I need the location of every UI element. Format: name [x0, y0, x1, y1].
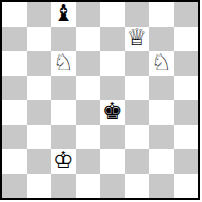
square-g3[interactable]	[149, 125, 174, 150]
square-b6[interactable]	[27, 51, 52, 76]
square-c8[interactable]: ♝	[51, 2, 76, 27]
square-a8[interactable]	[2, 2, 27, 27]
square-d8[interactable]	[76, 2, 101, 27]
square-f3[interactable]	[125, 125, 150, 150]
square-f2[interactable]	[125, 149, 150, 174]
square-a6[interactable]	[2, 51, 27, 76]
square-h8[interactable]	[174, 2, 199, 27]
square-h3[interactable]	[174, 125, 199, 150]
square-a7[interactable]	[2, 27, 27, 52]
square-c6[interactable]: ♘	[51, 51, 76, 76]
square-d4[interactable]	[76, 100, 101, 125]
square-b2[interactable]	[27, 149, 52, 174]
square-e4[interactable]: ♚	[100, 100, 125, 125]
white-queen-piece-f7[interactable]: ♕	[126, 27, 147, 50]
square-c4[interactable]	[51, 100, 76, 125]
square-f4[interactable]	[125, 100, 150, 125]
square-e2[interactable]	[100, 149, 125, 174]
square-g5[interactable]	[149, 76, 174, 101]
square-a2[interactable]	[2, 149, 27, 174]
square-g6[interactable]: ♘	[149, 51, 174, 76]
square-c2[interactable]: ♔	[51, 149, 76, 174]
square-b5[interactable]	[27, 76, 52, 101]
white-knight-piece-g6[interactable]: ♘	[151, 51, 172, 74]
square-g1[interactable]	[149, 174, 174, 199]
square-c1[interactable]	[51, 174, 76, 199]
square-f6[interactable]	[125, 51, 150, 76]
square-g2[interactable]	[149, 149, 174, 174]
square-d2[interactable]	[76, 149, 101, 174]
square-d1[interactable]	[76, 174, 101, 199]
square-c3[interactable]	[51, 125, 76, 150]
square-f5[interactable]	[125, 76, 150, 101]
square-h1[interactable]	[174, 174, 199, 199]
square-f1[interactable]	[125, 174, 150, 199]
square-d6[interactable]	[76, 51, 101, 76]
square-d7[interactable]	[76, 27, 101, 52]
square-b8[interactable]	[27, 2, 52, 27]
board-grid: ♝♕♘♘♚♔	[2, 2, 198, 198]
square-h6[interactable]	[174, 51, 199, 76]
black-king-piece-e4[interactable]: ♚	[102, 100, 123, 123]
square-g8[interactable]	[149, 2, 174, 27]
square-a5[interactable]	[2, 76, 27, 101]
square-e1[interactable]	[100, 174, 125, 199]
square-h5[interactable]	[174, 76, 199, 101]
square-h2[interactable]	[174, 149, 199, 174]
square-g7[interactable]	[149, 27, 174, 52]
square-g4[interactable]	[149, 100, 174, 125]
square-d3[interactable]	[76, 125, 101, 150]
square-e3[interactable]	[100, 125, 125, 150]
square-e7[interactable]	[100, 27, 125, 52]
square-a4[interactable]	[2, 100, 27, 125]
square-a1[interactable]	[2, 174, 27, 199]
square-a3[interactable]	[2, 125, 27, 150]
square-b3[interactable]	[27, 125, 52, 150]
square-b7[interactable]	[27, 27, 52, 52]
square-e8[interactable]	[100, 2, 125, 27]
square-c5[interactable]	[51, 76, 76, 101]
square-f8[interactable]	[125, 2, 150, 27]
square-h7[interactable]	[174, 27, 199, 52]
square-f7[interactable]: ♕	[125, 27, 150, 52]
square-b1[interactable]	[27, 174, 52, 199]
white-knight-piece-c6[interactable]: ♘	[53, 51, 74, 74]
chess-board: ♝♕♘♘♚♔	[0, 0, 200, 200]
square-h4[interactable]	[174, 100, 199, 125]
white-king-piece-c2[interactable]: ♔	[53, 149, 74, 172]
square-e5[interactable]	[100, 76, 125, 101]
black-bishop-piece-c8[interactable]: ♝	[53, 2, 74, 25]
square-b4[interactable]	[27, 100, 52, 125]
square-c7[interactable]	[51, 27, 76, 52]
square-d5[interactable]	[76, 76, 101, 101]
square-e6[interactable]	[100, 51, 125, 76]
